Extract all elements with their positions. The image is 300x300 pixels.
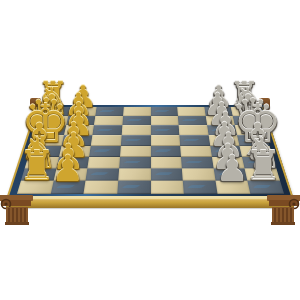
- ionic-column-leg-right: [267, 195, 300, 226]
- piece-white-pawn[interactable]: ♟: [52, 151, 84, 187]
- ionic-capital-volute-icon: [0, 195, 33, 226]
- piece-black-rook[interactable]: ♜: [245, 146, 282, 187]
- ionic-column-leg-left: [0, 195, 33, 226]
- piece-black-pawn[interactable]: ♟: [216, 151, 248, 187]
- piece-white-rook[interactable]: ♜: [18, 146, 55, 187]
- ionic-capital-volute-icon: [267, 195, 300, 226]
- chess-set-photo: ♜♟♟♜♞♟♟♞♝♟♟♝♛♟♟♛♚♟♟♚♝♟♟♝♞♟♟♞♜♟♟♜: [0, 0, 300, 300]
- board-front-gold-edge: [6, 196, 294, 208]
